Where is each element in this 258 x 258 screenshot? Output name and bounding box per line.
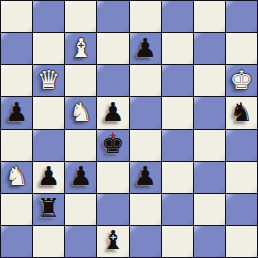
white-knight-c5[interactable]: ♞ — [69, 99, 92, 125]
square-c2[interactable] — [65, 194, 96, 225]
square-f5[interactable] — [162, 97, 193, 128]
square-h3[interactable] — [226, 162, 257, 193]
square-f1[interactable] — [162, 226, 193, 257]
square-e7[interactable]: ♟ — [130, 33, 161, 64]
chess-board: ♝♟♛♚♟♞♟♞♚+♞♟♟♟♜♝ — [0, 0, 258, 258]
square-g1[interactable] — [194, 226, 225, 257]
white-knight-a3[interactable]: ♞ — [5, 163, 28, 189]
square-g2[interactable] — [194, 194, 225, 225]
square-c1[interactable] — [65, 226, 96, 257]
square-e3[interactable]: ♟ — [130, 162, 161, 193]
square-d4[interactable]: ♚+ — [97, 130, 128, 161]
square-e4[interactable] — [130, 130, 161, 161]
square-e2[interactable] — [130, 194, 161, 225]
square-c8[interactable] — [65, 1, 96, 32]
square-e6[interactable] — [130, 65, 161, 96]
square-g6[interactable] — [194, 65, 225, 96]
black-bishop-d1[interactable]: ♝ — [101, 227, 124, 253]
square-c3[interactable]: ♟ — [65, 162, 96, 193]
square-a3[interactable]: ♞ — [1, 162, 32, 193]
square-b7[interactable] — [33, 33, 64, 64]
white-bishop-c7[interactable]: ♝ — [69, 35, 92, 61]
square-e1[interactable] — [130, 226, 161, 257]
black-pawn-c3[interactable]: ♟ — [69, 163, 92, 189]
white-queen-b6[interactable]: ♛ — [37, 67, 60, 93]
square-g7[interactable] — [194, 33, 225, 64]
square-b3[interactable]: ♟ — [33, 162, 64, 193]
square-d5[interactable]: ♟ — [97, 97, 128, 128]
square-g5[interactable] — [194, 97, 225, 128]
square-f3[interactable] — [162, 162, 193, 193]
square-h1[interactable] — [226, 226, 257, 257]
black-pawn-e3[interactable]: ♟ — [133, 163, 156, 189]
square-b4[interactable] — [33, 130, 64, 161]
chess-board-window: ♝♟♛♚♟♞♟♞♚+♞♟♟♟♜♝ — [0, 0, 258, 258]
square-a2[interactable] — [1, 194, 32, 225]
square-h4[interactable] — [226, 130, 257, 161]
square-b2[interactable]: ♜ — [33, 194, 64, 225]
square-c6[interactable] — [65, 65, 96, 96]
square-d2[interactable] — [97, 194, 128, 225]
square-f2[interactable] — [162, 194, 193, 225]
square-h6[interactable]: ♚ — [226, 65, 257, 96]
white-king-h6[interactable]: ♚ — [230, 67, 253, 93]
black-rook-b2[interactable]: ♜ — [37, 195, 60, 221]
black-pawn-e7[interactable]: ♟ — [133, 35, 156, 61]
square-e5[interactable] — [130, 97, 161, 128]
black-king-d4[interactable]: ♚ — [101, 131, 124, 157]
square-g8[interactable] — [194, 1, 225, 32]
square-b5[interactable] — [33, 97, 64, 128]
square-d1[interactable]: ♝ — [97, 226, 128, 257]
square-a4[interactable] — [1, 130, 32, 161]
square-d3[interactable] — [97, 162, 128, 193]
black-pawn-d5[interactable]: ♟ — [101, 99, 124, 125]
black-pawn-b3[interactable]: ♟ — [37, 163, 60, 189]
square-f4[interactable] — [162, 130, 193, 161]
black-pawn-a5[interactable]: ♟ — [5, 99, 28, 125]
square-d6[interactable] — [97, 65, 128, 96]
square-g3[interactable] — [194, 162, 225, 193]
square-a1[interactable] — [1, 226, 32, 257]
square-c4[interactable] — [65, 130, 96, 161]
square-c5[interactable]: ♞ — [65, 97, 96, 128]
square-a6[interactable] — [1, 65, 32, 96]
square-h8[interactable] — [226, 1, 257, 32]
square-h5[interactable]: ♞ — [226, 97, 257, 128]
square-b8[interactable] — [33, 1, 64, 32]
square-f7[interactable] — [162, 33, 193, 64]
square-e8[interactable] — [130, 1, 161, 32]
square-h2[interactable] — [226, 194, 257, 225]
square-a5[interactable]: ♟ — [1, 97, 32, 128]
square-f8[interactable] — [162, 1, 193, 32]
black-knight-h5[interactable]: ♞ — [230, 99, 253, 125]
square-a8[interactable] — [1, 1, 32, 32]
square-c7[interactable]: ♝ — [65, 33, 96, 64]
square-b1[interactable] — [33, 226, 64, 257]
square-b6[interactable]: ♛ — [33, 65, 64, 96]
square-d8[interactable] — [97, 1, 128, 32]
square-f6[interactable] — [162, 65, 193, 96]
square-h7[interactable] — [226, 33, 257, 64]
square-a7[interactable] — [1, 33, 32, 64]
square-d7[interactable] — [97, 33, 128, 64]
square-g4[interactable] — [194, 130, 225, 161]
